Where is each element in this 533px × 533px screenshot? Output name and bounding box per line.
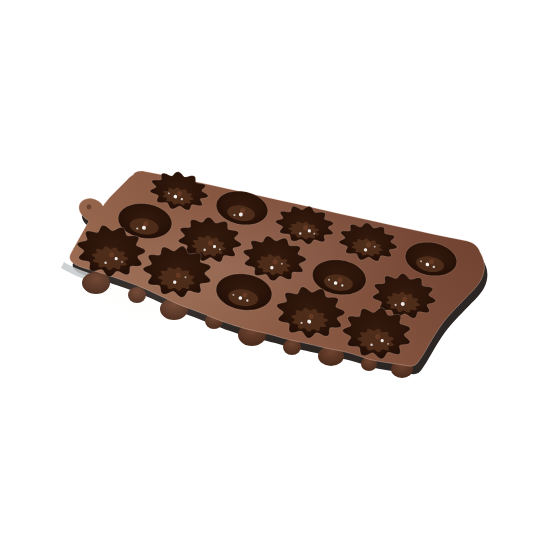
chocolate-mold-photo	[0, 0, 533, 533]
hang-tab-hole	[87, 205, 92, 210]
photo-canvas	[0, 0, 533, 533]
